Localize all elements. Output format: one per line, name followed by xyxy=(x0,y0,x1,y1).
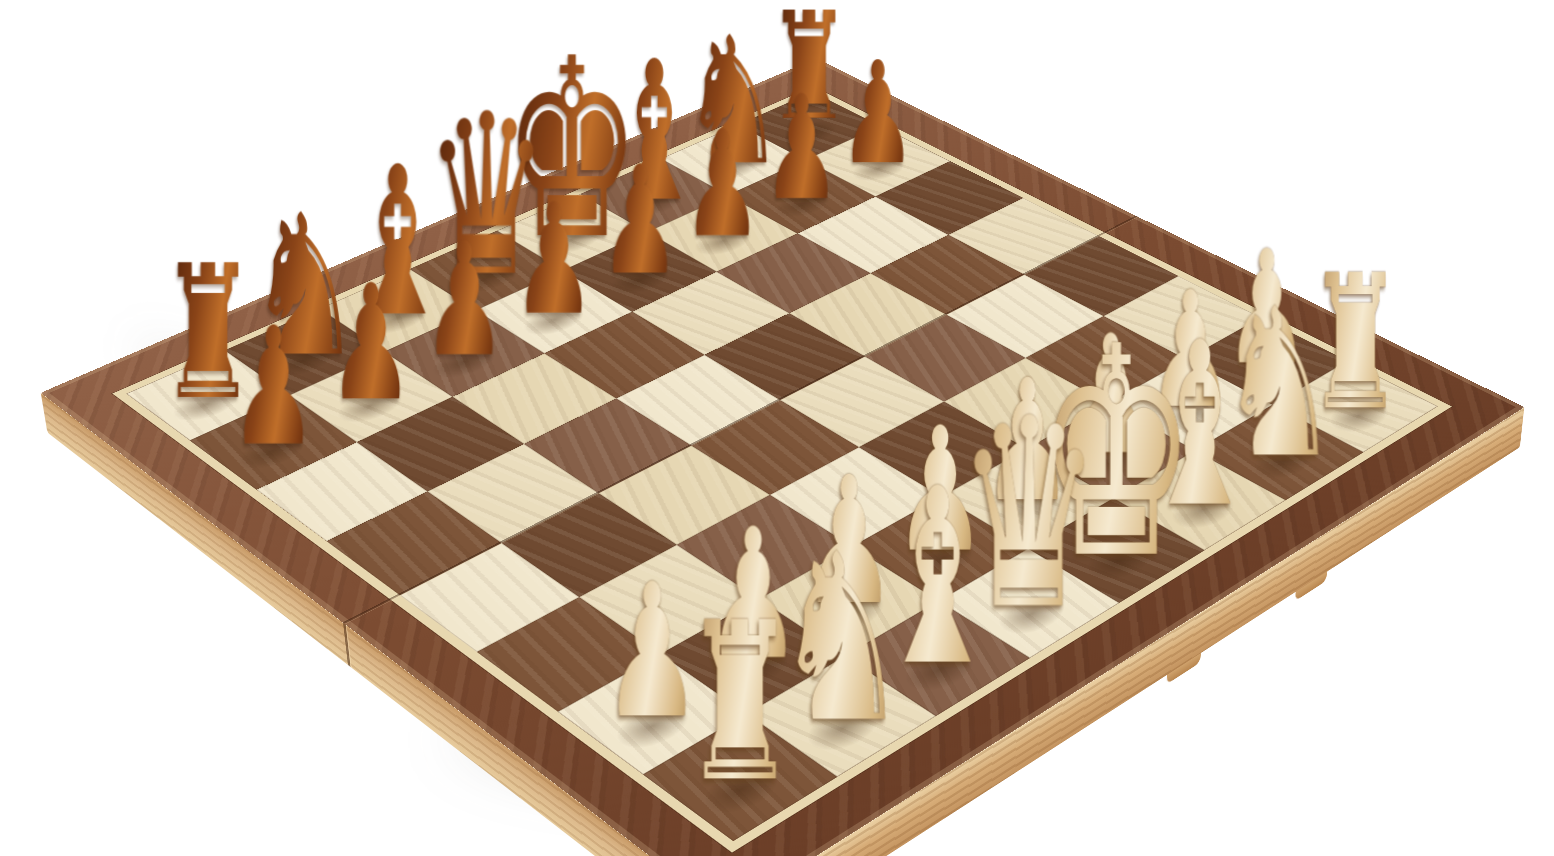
board-top-frame: ♜♞♝♛♚♝♞♜♟♟♟♟♟♟♟♟♟♟♟♟♟♟♟♟♜♞♝♛♚♝♞♜ xyxy=(41,58,1525,856)
chess-board: ♜♞♝♛♚♝♞♜♟♟♟♟♟♟♟♟♟♟♟♟♟♟♟♟♜♞♝♛♚♝♞♜ xyxy=(41,58,1525,856)
scene: ♜♞♝♛♚♝♞♜♟♟♟♟♟♟♟♟♟♟♟♟♟♟♟♟♜♞♝♛♚♝♞♜ xyxy=(0,0,1554,856)
board-clasp xyxy=(1295,572,1327,602)
board-grid: ♜♞♝♛♚♝♞♜♟♟♟♟♟♟♟♟♟♟♟♟♟♟♟♟♜♞♝♛♚♝♞♜ xyxy=(112,86,1452,852)
board-clasp xyxy=(1167,653,1201,685)
